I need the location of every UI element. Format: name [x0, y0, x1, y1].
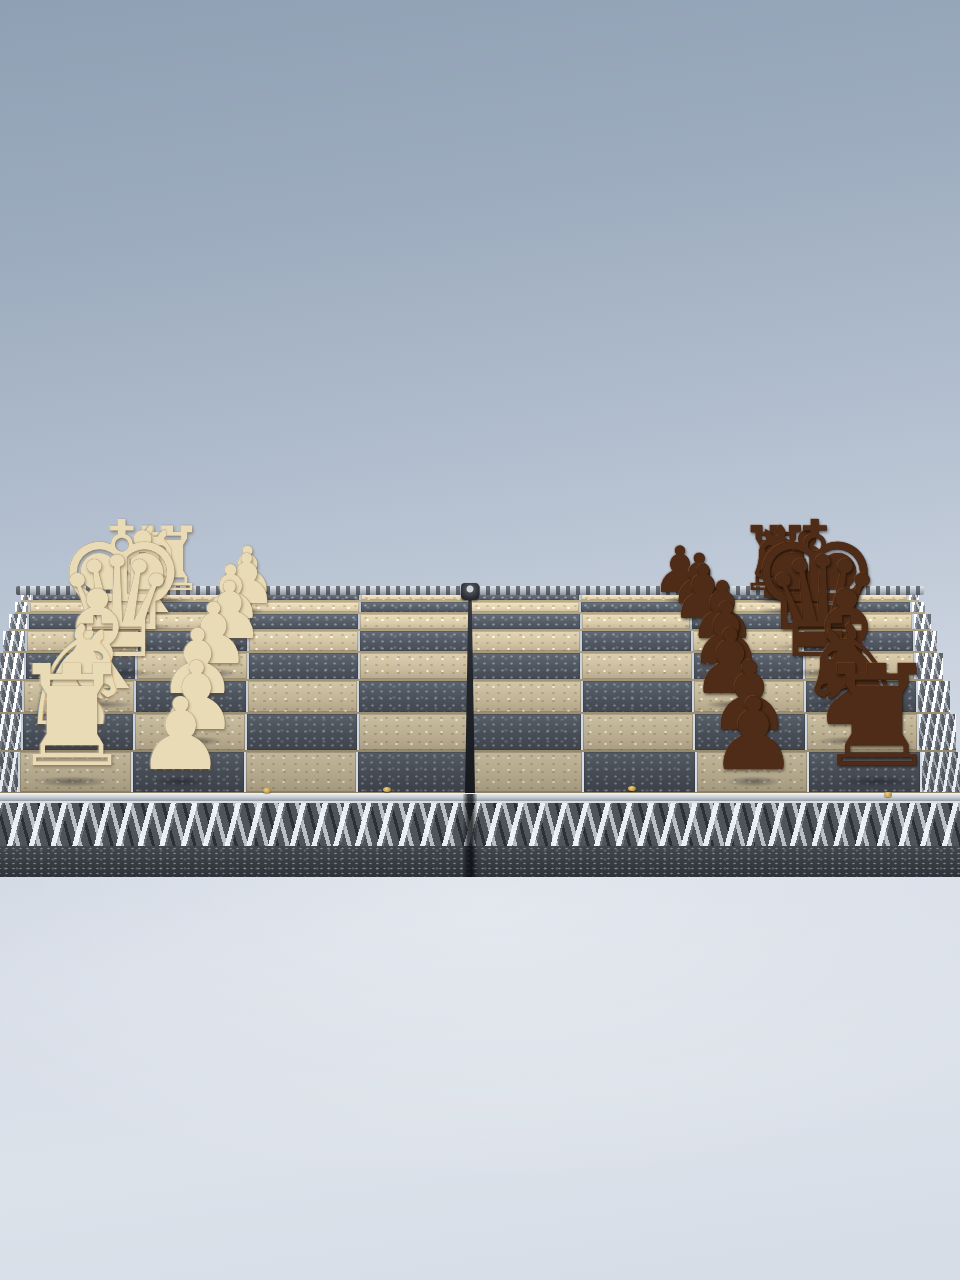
photo-scene: ♜♞♝♛♚♝♞♜♟♟♟♟♟♟♟♟♟♟♟♟♟♟♟♟♜♞♝♛♚♝♞♜ rnbqkbn… — [0, 0, 960, 1280]
square-b5[interactable] — [471, 714, 581, 750]
square-c6[interactable] — [583, 681, 693, 712]
square-b3[interactable] — [247, 714, 357, 750]
piece-white-rook-a1[interactable]: ♜ — [9, 647, 135, 787]
front-hinge-seam — [463, 794, 477, 877]
square-c3[interactable] — [248, 681, 358, 712]
front-face-granite — [0, 846, 960, 877]
piece-black-pawn-a7[interactable]: ♟ — [709, 685, 799, 785]
square-b4[interactable] — [359, 714, 469, 750]
square-a3[interactable] — [246, 752, 357, 792]
square-g5[interactable] — [471, 602, 579, 612]
square-e3[interactable] — [249, 631, 358, 651]
square-g4[interactable] — [361, 602, 469, 612]
square-b6[interactable] — [583, 714, 693, 750]
square-d5[interactable] — [471, 653, 580, 679]
square-f5[interactable] — [471, 614, 580, 629]
gold-screw — [383, 787, 391, 792]
right-edge-inlay — [914, 614, 932, 629]
piece-white-pawn-a2[interactable]: ♟ — [136, 685, 226, 785]
square-a4[interactable] — [358, 752, 469, 792]
hinge-clasp — [461, 583, 479, 600]
front-face-inlay-band — [0, 801, 960, 848]
square-e5[interactable] — [471, 631, 580, 651]
square-d3[interactable] — [249, 653, 358, 679]
square-c5[interactable] — [471, 681, 581, 712]
square-a6[interactable] — [584, 752, 695, 792]
square-d6[interactable] — [582, 653, 691, 679]
square-a5[interactable] — [471, 752, 582, 792]
square-e4[interactable] — [360, 631, 469, 651]
square-d4[interactable] — [360, 653, 469, 679]
square-c4[interactable] — [359, 681, 469, 712]
piece-black-rook-a8[interactable]: ♜ — [814, 647, 940, 787]
square-f4[interactable] — [360, 614, 469, 629]
gold-screw — [628, 786, 636, 791]
gold-screw — [263, 788, 271, 793]
